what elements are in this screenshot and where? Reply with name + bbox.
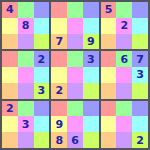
cell-r8c1[interactable] xyxy=(2,116,18,132)
cell-r2c2[interactable]: 8 xyxy=(18,18,34,34)
cell-r1c5[interactable] xyxy=(67,2,83,18)
cell-r1c3[interactable] xyxy=(34,2,50,18)
cell-r9c9[interactable]: 2 xyxy=(132,132,148,148)
cell-r2c4[interactable] xyxy=(51,18,67,34)
cell-r6c2[interactable] xyxy=(18,83,34,99)
cell-r3c6[interactable]: 9 xyxy=(83,34,99,50)
cell-r8c7[interactable] xyxy=(101,116,117,132)
cell-r7c5[interactable] xyxy=(67,101,83,117)
cell-r1c2[interactable] xyxy=(18,2,34,18)
cell-r4c5[interactable] xyxy=(67,51,83,67)
block-4: 23 xyxy=(2,51,49,98)
sudoku-board: 48 79 52 23 32 673 23 986 2 xyxy=(0,0,150,150)
cell-r9c1[interactable] xyxy=(2,132,18,148)
cell-r7c7[interactable] xyxy=(101,101,117,117)
cell-r8c9[interactable] xyxy=(132,116,148,132)
cell-r4c8[interactable]: 6 xyxy=(116,51,132,67)
cell-r5c5[interactable] xyxy=(67,67,83,83)
cell-r4c3[interactable]: 2 xyxy=(34,51,50,67)
cell-r6c4[interactable]: 2 xyxy=(51,83,67,99)
cell-r9c4[interactable]: 8 xyxy=(51,132,67,148)
cell-r2c1[interactable] xyxy=(2,18,18,34)
cell-r9c2[interactable] xyxy=(18,132,34,148)
cell-r3c3[interactable] xyxy=(34,34,50,50)
cell-r4c9[interactable]: 7 xyxy=(132,51,148,67)
cell-r9c6[interactable] xyxy=(83,132,99,148)
block-5: 32 xyxy=(51,51,98,98)
cell-r6c7[interactable] xyxy=(101,83,117,99)
cell-r5c9[interactable]: 3 xyxy=(132,67,148,83)
cell-r5c4[interactable] xyxy=(51,67,67,83)
cell-r1c1[interactable]: 4 xyxy=(2,2,18,18)
cell-r1c6[interactable] xyxy=(83,2,99,18)
block-2: 79 xyxy=(51,2,98,49)
cell-r6c6[interactable] xyxy=(83,83,99,99)
block-3: 52 xyxy=(101,2,148,49)
cell-r3c1[interactable] xyxy=(2,34,18,50)
block-1: 48 xyxy=(2,2,49,49)
cell-r5c3[interactable] xyxy=(34,67,50,83)
cell-r5c8[interactable] xyxy=(116,67,132,83)
cell-r3c8[interactable] xyxy=(116,34,132,50)
block-9: 2 xyxy=(101,101,148,148)
cell-r1c9[interactable] xyxy=(132,2,148,18)
cell-r7c6[interactable] xyxy=(83,101,99,117)
cell-r6c5[interactable] xyxy=(67,83,83,99)
cell-r2c6[interactable] xyxy=(83,18,99,34)
cell-r2c3[interactable] xyxy=(34,18,50,34)
cell-r2c9[interactable] xyxy=(132,18,148,34)
cell-r3c7[interactable] xyxy=(101,34,117,50)
cell-r6c8[interactable] xyxy=(116,83,132,99)
cell-r8c3[interactable] xyxy=(34,116,50,132)
cell-r6c3[interactable]: 3 xyxy=(34,83,50,99)
cell-r5c6[interactable] xyxy=(83,67,99,83)
cell-r4c6[interactable]: 3 xyxy=(83,51,99,67)
cell-r4c2[interactable] xyxy=(18,51,34,67)
cell-r5c1[interactable] xyxy=(2,67,18,83)
cell-r8c5[interactable] xyxy=(67,116,83,132)
cell-r9c8[interactable] xyxy=(116,132,132,148)
cell-r7c9[interactable] xyxy=(132,101,148,117)
cell-r4c4[interactable] xyxy=(51,51,67,67)
cell-r6c1[interactable] xyxy=(2,83,18,99)
cell-r8c6[interactable] xyxy=(83,116,99,132)
cell-r7c8[interactable] xyxy=(116,101,132,117)
cell-r8c8[interactable] xyxy=(116,116,132,132)
block-7: 23 xyxy=(2,101,49,148)
cell-r2c7[interactable] xyxy=(101,18,117,34)
cell-r1c8[interactable] xyxy=(116,2,132,18)
cell-r7c2[interactable] xyxy=(18,101,34,117)
cell-r9c3[interactable] xyxy=(34,132,50,148)
cell-r9c5[interactable]: 6 xyxy=(67,132,83,148)
block-8: 986 xyxy=(51,101,98,148)
cell-r7c4[interactable] xyxy=(51,101,67,117)
cell-r5c2[interactable] xyxy=(18,67,34,83)
cell-r3c9[interactable] xyxy=(132,34,148,50)
cell-r1c7[interactable]: 5 xyxy=(101,2,117,18)
cell-r3c5[interactable] xyxy=(67,34,83,50)
cell-r7c3[interactable] xyxy=(34,101,50,117)
cell-r5c7[interactable] xyxy=(101,67,117,83)
cell-r1c4[interactable] xyxy=(51,2,67,18)
cell-r3c4[interactable]: 7 xyxy=(51,34,67,50)
cell-r4c7[interactable] xyxy=(101,51,117,67)
cell-r8c4[interactable]: 9 xyxy=(51,116,67,132)
cell-r3c2[interactable] xyxy=(18,34,34,50)
cell-r9c7[interactable] xyxy=(101,132,117,148)
cell-r2c8[interactable]: 2 xyxy=(116,18,132,34)
cell-r4c1[interactable] xyxy=(2,51,18,67)
cell-r2c5[interactable] xyxy=(67,18,83,34)
cell-r7c1[interactable]: 2 xyxy=(2,101,18,117)
block-6: 673 xyxy=(101,51,148,98)
cell-r6c9[interactable] xyxy=(132,83,148,99)
cell-r8c2[interactable]: 3 xyxy=(18,116,34,132)
